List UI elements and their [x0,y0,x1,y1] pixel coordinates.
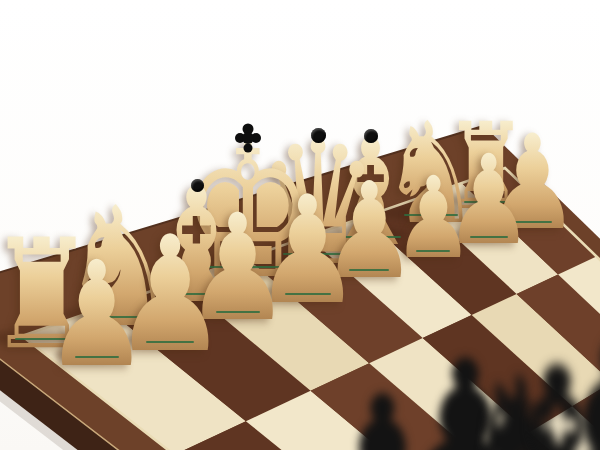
chess-set-photo: ♜♞♟♝♟♟♛♚♟♝♟♟♞♜♟♟♟♞♝♟♟ [0,0,600,450]
chess-board [0,0,600,450]
